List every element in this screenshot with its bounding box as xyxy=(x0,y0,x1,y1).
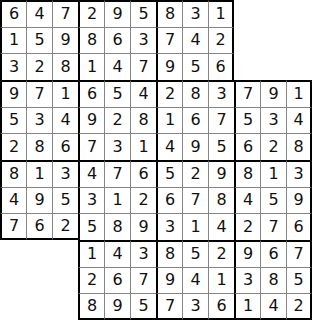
cell-r9c7[interactable]: 3 xyxy=(156,213,182,240)
cell-r12c4[interactable]: 8 xyxy=(78,293,104,320)
cell-r8c3[interactable]: 5 xyxy=(52,187,78,214)
cell-r4c8[interactable]: 8 xyxy=(182,80,208,107)
cell-r12c6[interactable]: 5 xyxy=(130,293,156,320)
cell-r4c2[interactable]: 7 xyxy=(26,80,52,107)
cell-r3c2[interactable]: 2 xyxy=(26,53,52,80)
sudoku-board: 6472958311598637423281479569716542837915… xyxy=(0,0,312,320)
cell-r9c11[interactable]: 7 xyxy=(260,213,286,240)
cell-r10c6[interactable]: 3 xyxy=(130,240,156,267)
cell-r2c9[interactable]: 2 xyxy=(208,27,234,54)
cell-r4c5[interactable]: 5 xyxy=(104,80,130,107)
cell-r3c3[interactable]: 8 xyxy=(52,53,78,80)
cell-r11c5[interactable]: 6 xyxy=(104,267,130,294)
cell-r5c6[interactable]: 8 xyxy=(130,107,156,134)
cell-r10c12[interactable]: 7 xyxy=(286,240,312,267)
cell-r5c2[interactable]: 3 xyxy=(26,107,52,134)
cell-r10c4[interactable]: 1 xyxy=(78,240,104,267)
cell-r2c4[interactable]: 8 xyxy=(78,27,104,54)
cell-r3c1[interactable]: 3 xyxy=(0,53,26,80)
cell-r7c1[interactable]: 8 xyxy=(0,160,26,187)
cell-r6c8[interactable]: 9 xyxy=(182,133,208,160)
cell-r7c7[interactable]: 5 xyxy=(156,160,182,187)
cell-r9c12[interactable]: 6 xyxy=(286,213,312,240)
cell-r5c4[interactable]: 9 xyxy=(78,107,104,134)
cell-r10c10[interactable]: 9 xyxy=(234,240,260,267)
cell-r7c9[interactable]: 9 xyxy=(208,160,234,187)
cell-r7c3[interactable]: 3 xyxy=(52,160,78,187)
cell-r6c12[interactable]: 8 xyxy=(286,133,312,160)
cell-r12c12[interactable]: 2 xyxy=(286,293,312,320)
cell-r3c5[interactable]: 4 xyxy=(104,53,130,80)
cell-r2c1[interactable]: 1 xyxy=(0,27,26,54)
cell-r5c11[interactable]: 3 xyxy=(260,107,286,134)
cell-r3c8[interactable]: 5 xyxy=(182,53,208,80)
cell-r4c7[interactable]: 2 xyxy=(156,80,182,107)
cell-r5c10[interactable]: 5 xyxy=(234,107,260,134)
empty-space xyxy=(234,53,260,80)
cell-r1c4[interactable]: 2 xyxy=(78,0,104,27)
cell-r7c12[interactable]: 3 xyxy=(286,160,312,187)
empty-space xyxy=(52,267,78,294)
cell-r4c4[interactable]: 6 xyxy=(78,80,104,107)
cell-r10c9[interactable]: 2 xyxy=(208,240,234,267)
empty-space xyxy=(0,267,26,294)
cell-r2c2[interactable]: 5 xyxy=(26,27,52,54)
cell-r6c7[interactable]: 4 xyxy=(156,133,182,160)
cell-r6c2[interactable]: 8 xyxy=(26,133,52,160)
cell-r1c7[interactable]: 8 xyxy=(156,0,182,27)
cell-r10c8[interactable]: 5 xyxy=(182,240,208,267)
empty-space xyxy=(260,53,286,80)
cell-r1c3[interactable]: 7 xyxy=(52,0,78,27)
cell-r3c4[interactable]: 1 xyxy=(78,53,104,80)
cell-r2c7[interactable]: 7 xyxy=(156,27,182,54)
cell-r9c8[interactable]: 1 xyxy=(182,213,208,240)
empty-space xyxy=(286,27,312,54)
empty-space xyxy=(260,27,286,54)
cell-r9c9[interactable]: 4 xyxy=(208,213,234,240)
cell-r1c2[interactable]: 4 xyxy=(26,0,52,27)
cell-r1c6[interactable]: 5 xyxy=(130,0,156,27)
cell-r8c12[interactable]: 9 xyxy=(286,187,312,214)
cell-r8c8[interactable]: 7 xyxy=(182,187,208,214)
cell-r11c7[interactable]: 9 xyxy=(156,267,182,294)
cell-r4c1[interactable]: 9 xyxy=(0,80,26,107)
empty-space xyxy=(260,0,286,27)
cell-r2c6[interactable]: 3 xyxy=(130,27,156,54)
cell-r8c5[interactable]: 1 xyxy=(104,187,130,214)
cell-r8c7[interactable]: 6 xyxy=(156,187,182,214)
cell-r6c5[interactable]: 3 xyxy=(104,133,130,160)
cell-r4c3[interactable]: 1 xyxy=(52,80,78,107)
cell-r7c4[interactable]: 4 xyxy=(78,160,104,187)
cell-r5c7[interactable]: 1 xyxy=(156,107,182,134)
cell-r11c9[interactable]: 1 xyxy=(208,267,234,294)
cell-r12c9[interactable]: 6 xyxy=(208,293,234,320)
cell-r5c1[interactable]: 5 xyxy=(0,107,26,134)
empty-space xyxy=(234,0,260,27)
cell-r8c2[interactable]: 9 xyxy=(26,187,52,214)
sudoku-puzzle-page: 6472958311598637423281479569716542837915… xyxy=(0,0,312,320)
cell-r7c10[interactable]: 8 xyxy=(234,160,260,187)
cell-r4c6[interactable]: 4 xyxy=(130,80,156,107)
cell-r9c6[interactable]: 9 xyxy=(130,213,156,240)
cell-r9c5[interactable]: 8 xyxy=(104,213,130,240)
cell-r11c12[interactable]: 5 xyxy=(286,267,312,294)
cell-r9c3[interactable]: 2 xyxy=(52,213,78,240)
cell-r3c9[interactable]: 6 xyxy=(208,53,234,80)
empty-space xyxy=(286,0,312,27)
cell-r9c10[interactable]: 2 xyxy=(234,213,260,240)
cell-r11c10[interactable]: 3 xyxy=(234,267,260,294)
cell-r9c4[interactable]: 5 xyxy=(78,213,104,240)
cell-r11c11[interactable]: 8 xyxy=(260,267,286,294)
cell-r1c5[interactable]: 9 xyxy=(104,0,130,27)
cell-r6c6[interactable]: 1 xyxy=(130,133,156,160)
cell-r12c5[interactable]: 9 xyxy=(104,293,130,320)
empty-space xyxy=(26,267,52,294)
cell-r7c11[interactable]: 1 xyxy=(260,160,286,187)
cell-r6c1[interactable]: 2 xyxy=(0,133,26,160)
cell-r2c3[interactable]: 9 xyxy=(52,27,78,54)
cell-r9c2[interactable]: 6 xyxy=(26,213,52,240)
empty-space xyxy=(52,240,78,267)
cell-r5c8[interactable]: 6 xyxy=(182,107,208,134)
cell-r12c7[interactable]: 7 xyxy=(156,293,182,320)
cell-r2c8[interactable]: 4 xyxy=(182,27,208,54)
cell-r9c1[interactable]: 7 xyxy=(0,213,26,240)
empty-space xyxy=(52,293,78,320)
cell-r6c3[interactable]: 6 xyxy=(52,133,78,160)
empty-space xyxy=(26,293,52,320)
cell-r3c7[interactable]: 9 xyxy=(156,53,182,80)
cell-r5c3[interactable]: 4 xyxy=(52,107,78,134)
cell-r12c8[interactable]: 3 xyxy=(182,293,208,320)
cell-r6c4[interactable]: 7 xyxy=(78,133,104,160)
cell-r8c11[interactable]: 5 xyxy=(260,187,286,214)
empty-space xyxy=(26,240,52,267)
cell-r7c2[interactable]: 1 xyxy=(26,160,52,187)
cell-r5c9[interactable]: 7 xyxy=(208,107,234,134)
cell-r6c10[interactable]: 6 xyxy=(234,133,260,160)
cell-r10c5[interactable]: 4 xyxy=(104,240,130,267)
cell-r1c9[interactable]: 1 xyxy=(208,0,234,27)
cell-r12c10[interactable]: 1 xyxy=(234,293,260,320)
empty-space xyxy=(286,53,312,80)
cell-r4c12[interactable]: 1 xyxy=(286,80,312,107)
cell-r4c10[interactable]: 7 xyxy=(234,80,260,107)
empty-space xyxy=(0,240,26,267)
cell-r3c6[interactable]: 7 xyxy=(130,53,156,80)
cell-r10c7[interactable]: 8 xyxy=(156,240,182,267)
cell-r4c11[interactable]: 9 xyxy=(260,80,286,107)
cell-r4c9[interactable]: 3 xyxy=(208,80,234,107)
cell-r2c5[interactable]: 6 xyxy=(104,27,130,54)
cell-r5c12[interactable]: 4 xyxy=(286,107,312,134)
cell-r7c5[interactable]: 7 xyxy=(104,160,130,187)
cell-r8c1[interactable]: 4 xyxy=(0,187,26,214)
cell-r8c6[interactable]: 2 xyxy=(130,187,156,214)
cell-r1c8[interactable]: 3 xyxy=(182,0,208,27)
cell-r11c6[interactable]: 7 xyxy=(130,267,156,294)
cell-r8c9[interactable]: 8 xyxy=(208,187,234,214)
cell-r6c11[interactable]: 2 xyxy=(260,133,286,160)
cell-r11c8[interactable]: 4 xyxy=(182,267,208,294)
cell-r11c4[interactable]: 2 xyxy=(78,267,104,294)
cell-r1c1[interactable]: 6 xyxy=(0,0,26,27)
cell-r6c9[interactable]: 5 xyxy=(208,133,234,160)
empty-space xyxy=(234,27,260,54)
cell-r12c11[interactable]: 4 xyxy=(260,293,286,320)
cell-r7c8[interactable]: 2 xyxy=(182,160,208,187)
cell-r8c10[interactable]: 4 xyxy=(234,187,260,214)
cell-r5c5[interactable]: 2 xyxy=(104,107,130,134)
cell-r7c6[interactable]: 6 xyxy=(130,160,156,187)
empty-space xyxy=(0,293,26,320)
cell-r10c11[interactable]: 6 xyxy=(260,240,286,267)
cell-r8c4[interactable]: 3 xyxy=(78,187,104,214)
